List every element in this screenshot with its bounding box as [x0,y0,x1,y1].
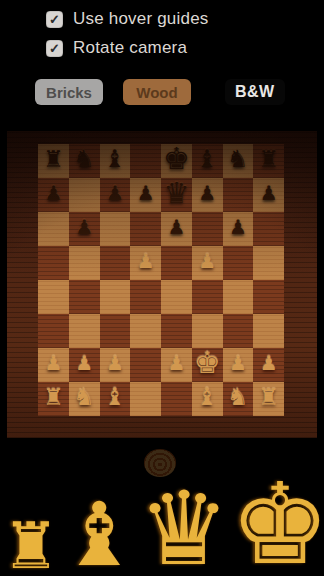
piece-black-bishop-c8[interactable]: ♝ [100,142,131,176]
square-d4[interactable] [130,280,161,314]
piece-black-rook-a8[interactable]: ♜ [38,142,69,176]
square-b3[interactable] [69,314,100,348]
square-g5[interactable] [223,246,254,280]
hover-guides-label: Use hover guides [73,9,209,29]
bw-theme-button[interactable]: B&W [225,79,285,105]
piece-black-pawn-e6[interactable]: ♟ [161,210,192,244]
bricks-theme-button[interactable]: Bricks [35,79,103,105]
piece-white-pawn-g2[interactable]: ♟ [223,346,254,380]
piece-black-pawn-d7[interactable]: ♟ [130,176,161,210]
piece-black-pawn-a7[interactable]: ♟ [38,176,69,210]
square-e1[interactable] [161,382,192,416]
chess-board: ♜♞♝♚♝♞♜♟♟♟♛♟♟♟♟♟♟♟♟♟♟♟♚♟♟♜♞♝♝♞♜ [38,144,284,416]
piece-black-knight-b8[interactable]: ♞ [69,142,100,176]
square-a4[interactable] [38,280,69,314]
square-d3[interactable] [130,314,161,348]
piece-white-knight-b1[interactable]: ♞ [69,380,100,414]
square-h6[interactable] [253,212,284,246]
tray-piece-gold-bishop[interactable]: ♝ [59,495,138,576]
piece-black-pawn-g6[interactable]: ♟ [223,210,254,244]
square-c5[interactable] [100,246,131,280]
rotate-camera-label: Rotate camera [73,38,187,58]
square-a3[interactable] [38,314,69,348]
square-d6[interactable] [130,212,161,246]
square-d1[interactable] [130,382,161,416]
square-d2[interactable] [130,348,161,382]
square-e4[interactable] [161,280,192,314]
square-e3[interactable] [161,314,192,348]
square-c6[interactable] [100,212,131,246]
piece-white-pawn-f5[interactable]: ♟ [192,244,223,278]
piece-white-pawn-b2[interactable]: ♟ [69,346,100,380]
piece-white-pawn-d5[interactable]: ♟ [130,244,161,278]
piece-black-pawn-b6[interactable]: ♟ [69,210,100,244]
square-b7[interactable] [69,178,100,212]
piece-black-rook-h8[interactable]: ♜ [253,142,284,176]
square-f6[interactable] [192,212,223,246]
square-g4[interactable] [223,280,254,314]
piece-black-knight-g8[interactable]: ♞ [223,142,254,176]
square-a5[interactable] [38,246,69,280]
piece-black-pawn-h7[interactable]: ♟ [253,176,284,210]
piece-white-pawn-a2[interactable]: ♟ [38,346,69,380]
piece-black-bishop-f8[interactable]: ♝ [192,142,223,176]
square-g3[interactable] [223,314,254,348]
piece-white-pawn-h2[interactable]: ♟ [253,346,284,380]
piece-white-rook-a1[interactable]: ♜ [38,380,69,414]
square-b4[interactable] [69,280,100,314]
square-h3[interactable] [253,314,284,348]
tray-piece-gold-queen[interactable]: ♛ [138,482,229,576]
square-b5[interactable] [69,246,100,280]
hover-guides-checkbox[interactable]: ✓ [46,11,63,28]
piece-black-pawn-c7[interactable]: ♟ [100,176,131,210]
square-e5[interactable] [161,246,192,280]
piece-white-bishop-c1[interactable]: ♝ [100,380,131,414]
settings-panel: ✓ Use hover guides ✓ Rotate camera Brick… [0,0,324,106]
piece-white-pawn-e2[interactable]: ♟ [161,346,192,380]
piece-white-knight-g1[interactable]: ♞ [223,380,254,414]
piece-white-rook-h1[interactable]: ♜ [253,380,284,414]
piece-white-pawn-c2[interactable]: ♟ [100,346,131,380]
piece-black-queen-e7[interactable]: ♛ [161,176,192,210]
square-h5[interactable] [253,246,284,280]
square-h4[interactable] [253,280,284,314]
hover-guides-row: ✓ Use hover guides [0,9,324,29]
square-c4[interactable] [100,280,131,314]
wood-theme-button[interactable]: Wood [123,79,191,105]
wood-knot-decoration [144,449,176,477]
tray-piece-gold-king[interactable]: ♚ [230,473,324,576]
piece-black-pawn-f7[interactable]: ♟ [192,176,223,210]
square-a6[interactable] [38,212,69,246]
board-frame: ♜♞♝♚♝♞♜♟♟♟♛♟♟♟♟♟♟♟♟♟♟♟♚♟♟♜♞♝♝♞♜ [7,131,317,438]
rotate-camera-row: ✓ Rotate camera [0,38,324,58]
theme-button-row: Bricks Wood B&W [0,78,324,106]
rotate-camera-checkbox[interactable]: ✓ [46,40,63,57]
square-f3[interactable] [192,314,223,348]
piece-white-king-f2[interactable]: ♚ [192,346,223,380]
square-d8[interactable] [130,144,161,178]
piece-black-king-e8[interactable]: ♚ [161,142,192,176]
tray-piece-gold-rook[interactable]: ♜ [2,517,59,576]
piece-white-bishop-f1[interactable]: ♝ [192,380,223,414]
square-f4[interactable] [192,280,223,314]
square-c3[interactable] [100,314,131,348]
square-g7[interactable] [223,178,254,212]
